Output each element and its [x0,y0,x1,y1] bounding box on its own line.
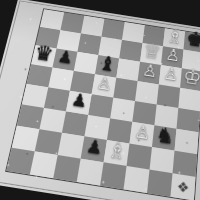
square-a4[interactable] [22,84,48,108]
square-a1[interactable] [6,148,34,175]
square-e1[interactable] [100,162,126,189]
black-knight-g3[interactable]: ♞ [152,123,178,149]
square-g1[interactable] [147,170,173,197]
square-d5[interactable]: ♙ [92,74,117,97]
square-f1[interactable] [124,166,150,193]
square-e7[interactable] [119,40,142,62]
corner-emblem-icon: ❖ [170,173,195,200]
square-h1[interactable]: ❖ [170,173,195,200]
square-b6[interactable]: ♟ [52,48,77,70]
square-e2[interactable]: ♗ [104,140,130,166]
black-pawn-c4[interactable]: ♟ [66,88,92,113]
white-pawn-d5[interactable]: ♙ [92,71,117,96]
black-pawn-b6[interactable]: ♟ [53,45,78,69]
white-king-h6[interactable]: ♔ [180,65,200,89]
square-e5[interactable] [113,78,137,101]
square-d1[interactable] [77,159,104,186]
square-h3[interactable] [175,129,199,154]
square-h2[interactable] [173,151,198,177]
board-squares: ♗♚♕♙♛♟♝♙♙♔♙♟♙♞♟♗❖ [6,9,200,200]
square-g5[interactable] [157,84,180,108]
square-d4[interactable] [88,94,113,118]
white-bishop-e2[interactable]: ♗ [104,137,130,164]
chessboard: ♗♚♕♙♛♟♝♙♙♔♙♟♙♞♟♗❖ [0,0,200,200]
white-pawn-f3[interactable]: ♙ [130,119,156,145]
photo-scene: ♗♚♕♙♛♟♝♙♙♔♙♟♙♞♟♗❖ [0,0,200,200]
white-pawn-g6[interactable]: ♙ [159,62,183,86]
square-h4[interactable] [176,108,200,132]
white-pawn-f6[interactable]: ♙ [138,58,162,82]
square-h5[interactable] [178,88,200,112]
square-e6[interactable] [116,58,140,81]
square-c4[interactable]: ♟ [66,91,92,115]
square-h6[interactable]: ♔ [180,68,200,91]
square-c1[interactable] [53,155,80,182]
black-king-h8[interactable]: ♚ [184,28,200,51]
